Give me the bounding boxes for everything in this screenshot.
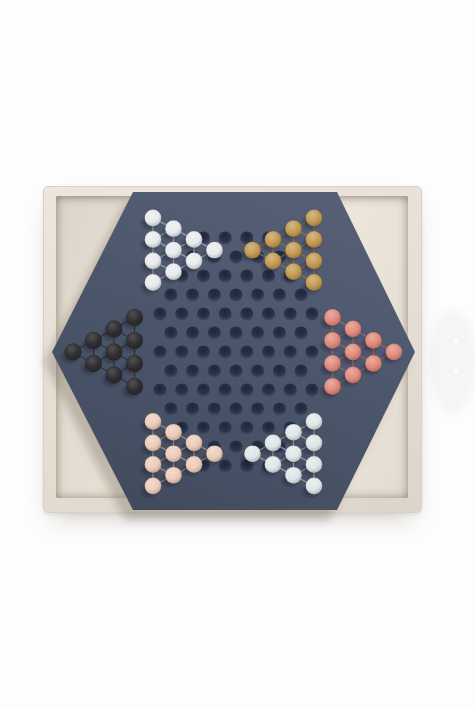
peg-gold[interactable] xyxy=(265,253,282,270)
peg-paleblue[interactable] xyxy=(306,435,323,452)
hole xyxy=(262,383,275,396)
hole xyxy=(197,421,210,434)
hole xyxy=(273,402,286,415)
hole xyxy=(164,326,177,339)
hole xyxy=(240,307,253,320)
hole xyxy=(219,345,232,358)
hole xyxy=(208,326,221,339)
hole xyxy=(219,231,232,244)
peg-blush[interactable] xyxy=(145,456,162,473)
hole xyxy=(294,364,307,377)
hole xyxy=(197,269,210,282)
hole xyxy=(186,288,199,301)
hole xyxy=(208,402,221,415)
hole xyxy=(305,345,318,358)
peg-salmon[interactable] xyxy=(324,309,341,326)
peg-blush[interactable] xyxy=(165,467,182,484)
peg-salmon[interactable] xyxy=(386,344,403,361)
peg-gold[interactable] xyxy=(306,253,323,270)
hole xyxy=(197,383,210,396)
hole xyxy=(164,364,177,377)
peg-white[interactable] xyxy=(145,253,162,270)
hole xyxy=(294,402,307,415)
hole xyxy=(240,421,253,434)
hole xyxy=(273,326,286,339)
hole xyxy=(229,364,242,377)
peg-gold[interactable] xyxy=(244,242,261,259)
hole xyxy=(284,383,297,396)
peg-salmon[interactable] xyxy=(324,378,341,395)
hole xyxy=(219,269,232,282)
peg-gold[interactable] xyxy=(285,242,302,259)
hole xyxy=(197,345,210,358)
hole xyxy=(219,459,232,472)
hole xyxy=(294,326,307,339)
hole xyxy=(251,326,264,339)
peg-white[interactable] xyxy=(165,242,182,259)
peg-salmon[interactable] xyxy=(345,321,362,338)
hole xyxy=(208,364,221,377)
peg-paleblue[interactable] xyxy=(265,435,282,452)
peg-blush[interactable] xyxy=(165,424,182,441)
peg-paleblue[interactable] xyxy=(306,413,323,430)
hole xyxy=(175,383,188,396)
peg-black[interactable] xyxy=(126,355,143,372)
hole xyxy=(229,402,242,415)
hole xyxy=(251,402,264,415)
peg-white[interactable] xyxy=(206,242,223,259)
peg-black[interactable] xyxy=(126,378,143,395)
faint-watermark xyxy=(429,310,475,414)
board-scene xyxy=(0,0,475,708)
peg-paleblue[interactable] xyxy=(265,456,282,473)
hole xyxy=(219,421,232,434)
hole xyxy=(219,307,232,320)
hole xyxy=(251,364,264,377)
hole xyxy=(186,364,199,377)
hole xyxy=(153,345,166,358)
hole xyxy=(305,383,318,396)
hole xyxy=(240,345,253,358)
peg-gold[interactable] xyxy=(285,263,302,280)
hole xyxy=(164,288,177,301)
hole xyxy=(284,307,297,320)
hole xyxy=(175,345,188,358)
peg-black[interactable] xyxy=(85,332,102,349)
hole xyxy=(251,288,264,301)
peg-black[interactable] xyxy=(106,367,123,384)
peg-blush[interactable] xyxy=(145,478,162,495)
hole xyxy=(153,307,166,320)
peg-salmon[interactable] xyxy=(324,355,341,372)
peg-white[interactable] xyxy=(186,231,203,248)
hole xyxy=(240,383,253,396)
hole xyxy=(153,383,166,396)
peg-paleblue[interactable] xyxy=(306,478,323,495)
hole xyxy=(219,383,232,396)
hole xyxy=(164,402,177,415)
peg-blush[interactable] xyxy=(186,456,203,473)
peg-white[interactable] xyxy=(165,263,182,280)
hole xyxy=(240,269,253,282)
peg-blush[interactable] xyxy=(145,435,162,452)
peg-black[interactable] xyxy=(106,321,123,338)
hole xyxy=(229,250,242,263)
hole xyxy=(229,326,242,339)
peg-black[interactable] xyxy=(126,309,143,326)
peg-paleblue[interactable] xyxy=(306,456,323,473)
hole xyxy=(262,307,275,320)
peg-salmon[interactable] xyxy=(365,355,382,372)
peg-white[interactable] xyxy=(165,220,182,237)
peg-blush[interactable] xyxy=(186,435,203,452)
peg-gold[interactable] xyxy=(306,274,323,291)
peg-blush[interactable] xyxy=(165,445,182,462)
peg-black[interactable] xyxy=(106,344,123,361)
peg-paleblue[interactable] xyxy=(285,467,302,484)
hole xyxy=(197,307,210,320)
peg-paleblue[interactable] xyxy=(285,424,302,441)
peg-gold[interactable] xyxy=(306,210,323,227)
peg-white[interactable] xyxy=(145,210,162,227)
hole xyxy=(186,326,199,339)
peg-black[interactable] xyxy=(65,344,82,361)
peg-gold[interactable] xyxy=(285,220,302,237)
hole xyxy=(305,307,318,320)
hole xyxy=(262,421,275,434)
hole xyxy=(262,345,275,358)
peg-black[interactable] xyxy=(85,355,102,372)
peg-gold[interactable] xyxy=(265,231,282,248)
peg-paleblue[interactable] xyxy=(285,445,302,462)
peg-gold[interactable] xyxy=(306,231,323,248)
hole xyxy=(284,345,297,358)
hole xyxy=(229,440,242,453)
hole xyxy=(273,364,286,377)
peg-black[interactable] xyxy=(126,332,143,349)
hole xyxy=(175,307,188,320)
hole xyxy=(208,288,221,301)
peg-paleblue[interactable] xyxy=(244,445,261,462)
peg-blush[interactable] xyxy=(145,413,162,430)
product-photo xyxy=(0,0,475,708)
peg-salmon[interactable] xyxy=(324,332,341,349)
peg-salmon[interactable] xyxy=(345,367,362,384)
peg-salmon[interactable] xyxy=(365,332,382,349)
peg-salmon[interactable] xyxy=(345,344,362,361)
peg-white[interactable] xyxy=(186,253,203,270)
hole xyxy=(229,288,242,301)
hole xyxy=(273,288,286,301)
peg-white[interactable] xyxy=(145,231,162,248)
peg-blush[interactable] xyxy=(206,445,223,462)
peg-white[interactable] xyxy=(145,274,162,291)
hole xyxy=(186,402,199,415)
